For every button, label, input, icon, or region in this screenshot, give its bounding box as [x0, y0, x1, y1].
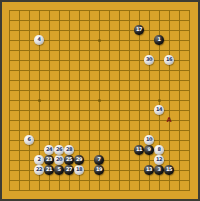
stone-black-21: 21 [44, 165, 53, 174]
stone-white-26: 26 [54, 145, 63, 154]
star-point [98, 99, 101, 102]
stone-white-6: 6 [24, 135, 33, 144]
stone-black-19: 19 [94, 165, 103, 174]
stone-black-25: 25 [64, 155, 73, 164]
stone-white-20: 20 [54, 155, 63, 164]
stone-white-16: 16 [164, 55, 173, 64]
star-point [38, 99, 41, 102]
stone-black-13: 13 [144, 165, 153, 174]
stone-black-1: 1 [154, 35, 163, 44]
stone-black-29: 29 [74, 155, 83, 164]
star-point [98, 39, 101, 42]
stone-white-8: 8 [154, 145, 163, 154]
go-board[interactable]: A 12345678910111213141516171819202122232… [0, 0, 200, 201]
stone-black-9: 9 [144, 145, 153, 154]
annotation-label-a: A [164, 117, 174, 124]
stone-black-11: 11 [134, 145, 143, 154]
stone-black-27: 27 [64, 165, 73, 174]
stone-black-7: 7 [94, 155, 103, 164]
stone-white-28: 28 [64, 145, 73, 154]
star-point [158, 99, 161, 102]
stone-black-5: 5 [54, 165, 63, 174]
stone-black-23: 23 [44, 155, 53, 164]
stone-white-14: 14 [154, 105, 163, 114]
stone-white-18: 18 [74, 165, 83, 174]
stone-white-4: 4 [34, 35, 43, 44]
stone-white-12: 12 [154, 155, 163, 164]
stone-black-3: 3 [154, 165, 163, 174]
stone-white-22: 22 [34, 165, 43, 174]
stone-white-30: 30 [144, 55, 153, 64]
stone-white-24: 24 [44, 145, 53, 154]
stone-black-17: 17 [134, 25, 143, 34]
stone-black-15: 15 [164, 165, 173, 174]
stone-white-10: 10 [144, 135, 153, 144]
stone-white-2: 2 [34, 155, 43, 164]
